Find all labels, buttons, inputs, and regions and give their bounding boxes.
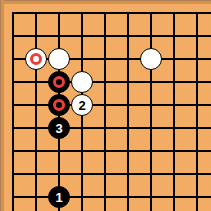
circle-mark-icon <box>30 53 42 65</box>
board-intersection <box>48 71 71 94</box>
stone-label: 2 <box>78 99 85 112</box>
stone-white <box>48 48 70 70</box>
stone-black: 3 <box>48 117 70 139</box>
stone-label: 1 <box>55 191 62 204</box>
board-intersection <box>25 48 48 71</box>
board-intersection: 1 <box>48 186 71 209</box>
stone-black <box>48 94 70 116</box>
board-intersection <box>140 48 163 71</box>
stone-white: 2 <box>71 94 93 116</box>
board-intersection <box>71 71 94 94</box>
stone-black: 1 <box>48 186 70 208</box>
board-intersection <box>48 48 71 71</box>
stone-label: 3 <box>55 122 62 135</box>
circle-mark-icon <box>53 99 65 111</box>
stone-white <box>71 71 93 93</box>
stone-white <box>25 48 47 70</box>
stones-layer: 231 <box>2 2 209 209</box>
stone-white <box>140 48 162 70</box>
board-intersection: 2 <box>71 94 94 117</box>
go-board: 231 <box>0 0 211 211</box>
board-intersection: 3 <box>48 117 71 140</box>
circle-mark-icon <box>53 76 65 88</box>
board-intersection <box>48 94 71 117</box>
stone-black <box>48 71 70 93</box>
